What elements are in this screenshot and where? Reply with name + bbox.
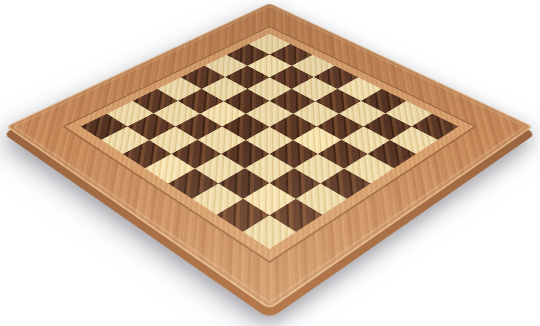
board-squares bbox=[81, 34, 459, 249]
product-photo-stage bbox=[0, 0, 540, 326]
